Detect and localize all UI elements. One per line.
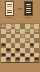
- vs-label: VS: [16, 7, 24, 11]
- piece-stack-stripe: [26, 12, 31, 14]
- white-player-card[interactable]: [5, 1, 14, 16]
- black-piece[interactable]: ⛂: [35, 57, 39, 62]
- white-player-caption: [6, 17, 12, 18]
- piece-stack-stripe: [26, 6, 31, 8]
- checkers-board[interactable]: ⛀⛀⛀⛀⛀⛀⛀⛀⛀⛂⛂⛂⛂⛂⛂⛂⛂⛂⛂⛂⛂: [1, 24, 39, 62]
- black-player-card[interactable]: [24, 1, 33, 16]
- piece-stack-stripe: [7, 6, 12, 8]
- black-piece[interactable]: ⛂: [25, 57, 29, 62]
- piece-stack-stripe: [26, 4, 31, 6]
- board-square-r8c8[interactable]: ⛂: [34, 57, 39, 62]
- piece-stack-stripe: [7, 12, 12, 14]
- black-player-caption: [25, 17, 31, 18]
- piece-stack-stripe: [7, 4, 12, 6]
- black-piece[interactable]: ⛂: [6, 57, 10, 62]
- black-piece[interactable]: ⛂: [16, 57, 20, 62]
